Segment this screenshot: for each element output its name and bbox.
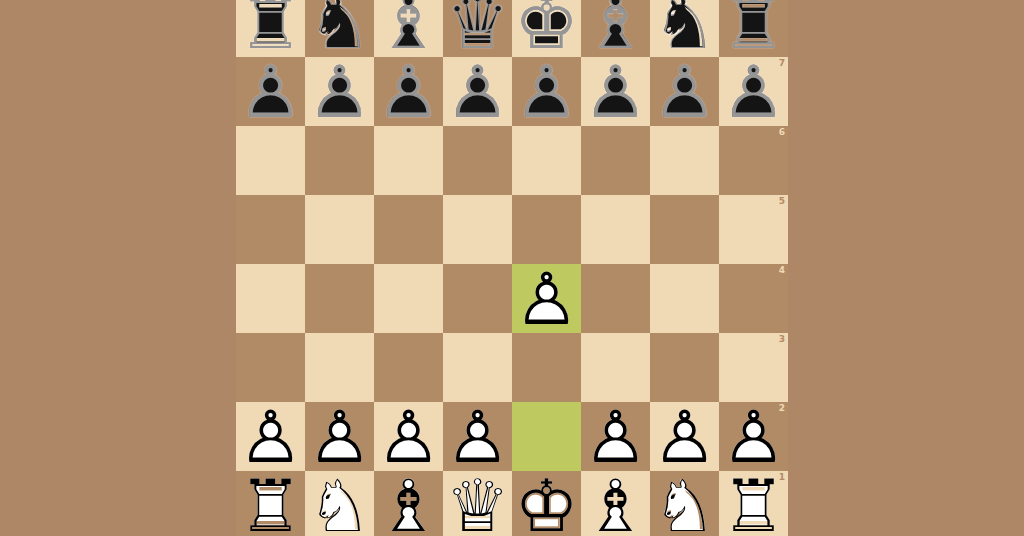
piece-black-pawn[interactable]: ♟♙ (305, 57, 374, 126)
piece-white-bishop[interactable]: ♝♗ (374, 471, 443, 536)
square-c7[interactable]: ♟♙ (374, 57, 443, 126)
piece-fill-layer: ♞ (305, 471, 374, 536)
piece-fill-layer: ♜ (719, 0, 788, 57)
piece-white-pawn[interactable]: ♟♙ (443, 402, 512, 471)
piece-outline-layer: ♙ (305, 402, 374, 471)
piece-fill-layer: ♟ (581, 57, 650, 126)
square-g5[interactable] (650, 195, 719, 264)
piece-outline-layer: ♙ (305, 57, 374, 126)
square-f6[interactable] (581, 126, 650, 195)
rank-label-2: 2 (779, 403, 785, 413)
piece-black-rook[interactable]: ♜♖ (236, 0, 305, 57)
square-e2[interactable] (512, 402, 581, 471)
square-b3[interactable] (305, 333, 374, 402)
piece-outline-layer: ♙ (443, 402, 512, 471)
square-d3[interactable] (443, 333, 512, 402)
piece-outline-layer: ♗ (581, 0, 650, 57)
piece-fill-layer: ♛ (443, 0, 512, 57)
piece-white-pawn[interactable]: ♟♙ (512, 264, 581, 333)
piece-outline-layer: ♘ (650, 0, 719, 57)
square-h5[interactable]: 5 (719, 195, 788, 264)
piece-fill-layer: ♜ (236, 0, 305, 57)
piece-white-pawn[interactable]: ♟♙ (374, 402, 443, 471)
square-g4[interactable] (650, 264, 719, 333)
piece-white-rook[interactable]: ♜♖ (236, 471, 305, 536)
piece-outline-layer: ♙ (650, 57, 719, 126)
piece-fill-layer: ♟ (581, 402, 650, 471)
square-f7[interactable]: ♟♙ (581, 57, 650, 126)
piece-outline-layer: ♙ (374, 402, 443, 471)
square-e4[interactable]: ♟♙ (512, 264, 581, 333)
piece-white-pawn[interactable]: ♟♙ (650, 402, 719, 471)
square-g3[interactable] (650, 333, 719, 402)
chess-board: ♜♖♞♘♝♗♛♕♚♔♝♗♞♘♜♖8♟♙♟♙♟♙♟♙♟♙♟♙♟♙♟♙765♟♙43… (236, 0, 788, 536)
square-c5[interactable] (374, 195, 443, 264)
piece-fill-layer: ♟ (374, 402, 443, 471)
square-b5[interactable] (305, 195, 374, 264)
square-e3[interactable] (512, 333, 581, 402)
piece-outline-layer: ♘ (305, 471, 374, 536)
piece-outline-layer: ♙ (374, 57, 443, 126)
piece-black-pawn[interactable]: ♟♙ (512, 57, 581, 126)
square-h1[interactable]: ♜♖1 (719, 471, 788, 536)
piece-outline-layer: ♖ (719, 0, 788, 57)
square-f1[interactable]: ♝♗ (581, 471, 650, 536)
piece-white-king[interactable]: ♚♔ (512, 471, 581, 536)
piece-fill-layer: ♟ (443, 402, 512, 471)
square-h8[interactable]: ♜♖8 (719, 0, 788, 57)
square-h4[interactable]: 4 (719, 264, 788, 333)
square-a3[interactable] (236, 333, 305, 402)
square-h7[interactable]: ♟♙7 (719, 57, 788, 126)
square-b1[interactable]: ♞♘ (305, 471, 374, 536)
piece-fill-layer: ♛ (443, 471, 512, 536)
square-b4[interactable] (305, 264, 374, 333)
piece-fill-layer: ♟ (236, 402, 305, 471)
square-d8[interactable]: ♛♕ (443, 0, 512, 57)
piece-fill-layer: ♝ (374, 471, 443, 536)
piece-black-pawn[interactable]: ♟♙ (581, 57, 650, 126)
piece-fill-layer: ♜ (236, 471, 305, 536)
piece-outline-layer: ♙ (719, 57, 788, 126)
piece-white-rook[interactable]: ♜♖ (719, 471, 788, 536)
piece-black-king[interactable]: ♚♔ (512, 0, 581, 57)
square-h6[interactable]: 6 (719, 126, 788, 195)
piece-outline-layer: ♙ (236, 402, 305, 471)
square-b6[interactable] (305, 126, 374, 195)
piece-outline-layer: ♙ (581, 402, 650, 471)
piece-fill-layer: ♟ (650, 402, 719, 471)
square-c2[interactable]: ♟♙ (374, 402, 443, 471)
piece-fill-layer: ♝ (581, 0, 650, 57)
rank-label-4: 4 (779, 265, 785, 275)
piece-outline-layer: ♙ (650, 402, 719, 471)
square-e6[interactable] (512, 126, 581, 195)
square-c3[interactable] (374, 333, 443, 402)
piece-outline-layer: ♙ (512, 57, 581, 126)
piece-fill-layer: ♟ (236, 57, 305, 126)
square-b7[interactable]: ♟♙ (305, 57, 374, 126)
square-f5[interactable] (581, 195, 650, 264)
piece-black-queen[interactable]: ♛♕ (443, 0, 512, 57)
piece-fill-layer: ♟ (305, 57, 374, 126)
square-a1[interactable]: ♜♖ (236, 471, 305, 536)
square-f3[interactable] (581, 333, 650, 402)
piece-white-bishop[interactable]: ♝♗ (581, 471, 650, 536)
rank-label-1: 1 (779, 472, 785, 482)
square-d7[interactable]: ♟♙ (443, 57, 512, 126)
piece-black-pawn[interactable]: ♟♙ (719, 57, 788, 126)
piece-fill-layer: ♝ (374, 0, 443, 57)
piece-outline-layer: ♙ (512, 264, 581, 333)
piece-outline-layer: ♙ (581, 57, 650, 126)
square-b8[interactable]: ♞♘ (305, 0, 374, 57)
piece-fill-layer: ♞ (305, 0, 374, 57)
square-c6[interactable] (374, 126, 443, 195)
square-c8[interactable]: ♝♗ (374, 0, 443, 57)
piece-black-bishop[interactable]: ♝♗ (374, 0, 443, 57)
square-f2[interactable]: ♟♙ (581, 402, 650, 471)
piece-outline-layer: ♗ (374, 471, 443, 536)
piece-outline-layer: ♔ (512, 471, 581, 536)
square-g7[interactable]: ♟♙ (650, 57, 719, 126)
piece-white-knight[interactable]: ♞♘ (305, 471, 374, 536)
piece-outline-layer: ♗ (374, 0, 443, 57)
piece-black-pawn[interactable]: ♟♙ (650, 57, 719, 126)
piece-white-pawn[interactable]: ♟♙ (236, 402, 305, 471)
piece-fill-layer: ♚ (512, 471, 581, 536)
square-d1[interactable]: ♛♕ (443, 471, 512, 536)
piece-outline-layer: ♙ (236, 57, 305, 126)
square-d6[interactable] (443, 126, 512, 195)
piece-white-queen[interactable]: ♛♕ (443, 471, 512, 536)
square-d5[interactable] (443, 195, 512, 264)
square-e7[interactable]: ♟♙ (512, 57, 581, 126)
square-a5[interactable] (236, 195, 305, 264)
square-a8[interactable]: ♜♖ (236, 0, 305, 57)
square-a6[interactable] (236, 126, 305, 195)
piece-black-pawn[interactable]: ♟♙ (236, 57, 305, 126)
piece-outline-layer: ♕ (443, 0, 512, 57)
piece-fill-layer: ♟ (650, 57, 719, 126)
piece-black-knight[interactable]: ♞♘ (305, 0, 374, 57)
piece-fill-layer: ♟ (512, 57, 581, 126)
rank-label-7: 7 (779, 58, 785, 68)
piece-fill-layer: ♟ (374, 57, 443, 126)
square-g6[interactable] (650, 126, 719, 195)
square-a2[interactable]: ♟♙ (236, 402, 305, 471)
square-c1[interactable]: ♝♗ (374, 471, 443, 536)
piece-fill-layer: ♝ (581, 471, 650, 536)
piece-black-bishop[interactable]: ♝♗ (581, 0, 650, 57)
piece-black-pawn[interactable]: ♟♙ (374, 57, 443, 126)
piece-fill-layer: ♚ (512, 0, 581, 57)
piece-black-rook[interactable]: ♜♖ (719, 0, 788, 57)
piece-fill-layer: ♟ (305, 402, 374, 471)
piece-outline-layer: ♕ (443, 471, 512, 536)
piece-black-pawn[interactable]: ♟♙ (443, 57, 512, 126)
piece-fill-layer: ♞ (650, 0, 719, 57)
piece-fill-layer: ♟ (443, 57, 512, 126)
square-c4[interactable] (374, 264, 443, 333)
square-h3[interactable]: 3 (719, 333, 788, 402)
square-f4[interactable] (581, 264, 650, 333)
piece-white-pawn[interactable]: ♟♙ (305, 402, 374, 471)
piece-outline-layer: ♔ (512, 0, 581, 57)
piece-black-knight[interactable]: ♞♘ (650, 0, 719, 57)
piece-white-pawn[interactable]: ♟♙ (581, 402, 650, 471)
square-g1[interactable]: ♞♘ (650, 471, 719, 536)
rank-label-5: 5 (779, 196, 785, 206)
piece-outline-layer: ♖ (236, 471, 305, 536)
piece-outline-layer: ♙ (443, 57, 512, 126)
piece-outline-layer: ♙ (719, 402, 788, 471)
square-d4[interactable] (443, 264, 512, 333)
piece-fill-layer: ♜ (719, 471, 788, 536)
piece-outline-layer: ♘ (305, 0, 374, 57)
piece-outline-layer: ♗ (581, 471, 650, 536)
piece-outline-layer: ♘ (650, 471, 719, 536)
square-e5[interactable] (512, 195, 581, 264)
square-g2[interactable]: ♟♙ (650, 402, 719, 471)
square-e1[interactable]: ♚♔ (512, 471, 581, 536)
piece-white-pawn[interactable]: ♟♙ (719, 402, 788, 471)
square-f8[interactable]: ♝♗ (581, 0, 650, 57)
square-a7[interactable]: ♟♙ (236, 57, 305, 126)
square-g8[interactable]: ♞♘ (650, 0, 719, 57)
square-h2[interactable]: ♟♙2 (719, 402, 788, 471)
piece-white-knight[interactable]: ♞♘ (650, 471, 719, 536)
page-background: ♜♖♞♘♝♗♛♕♚♔♝♗♞♘♜♖8♟♙♟♙♟♙♟♙♟♙♟♙♟♙♟♙765♟♙43… (0, 0, 1024, 536)
rank-label-3: 3 (779, 334, 785, 344)
square-b2[interactable]: ♟♙ (305, 402, 374, 471)
piece-outline-layer: ♖ (719, 471, 788, 536)
piece-fill-layer: ♟ (719, 402, 788, 471)
piece-fill-layer: ♟ (719, 57, 788, 126)
square-a4[interactable] (236, 264, 305, 333)
rank-label-6: 6 (779, 127, 785, 137)
piece-fill-layer: ♟ (512, 264, 581, 333)
piece-fill-layer: ♞ (650, 471, 719, 536)
square-d2[interactable]: ♟♙ (443, 402, 512, 471)
square-e8[interactable]: ♚♔ (512, 0, 581, 57)
piece-outline-layer: ♖ (236, 0, 305, 57)
